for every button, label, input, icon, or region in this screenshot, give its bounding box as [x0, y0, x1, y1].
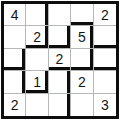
cell-r3c5[interactable] — [94, 49, 116, 71]
cell-r4c2: 1 — [26, 71, 48, 93]
cell-r2c5[interactable] — [94, 26, 116, 48]
cell-r2c2: 2 — [26, 26, 48, 48]
cell-r2c3[interactable] — [49, 26, 71, 48]
given-digit: 1 — [33, 75, 41, 89]
cell-r4c4: 2 — [71, 71, 93, 93]
cell-r5c2[interactable] — [26, 94, 48, 116]
given-digit: 2 — [11, 98, 19, 112]
cell-r3c4[interactable] — [71, 49, 93, 71]
given-digit: 3 — [101, 98, 109, 112]
cell-r5c4[interactable] — [71, 94, 93, 116]
cell-r4c5[interactable] — [94, 71, 116, 93]
cell-r1c2[interactable] — [26, 4, 48, 26]
cell-r5c1: 2 — [4, 94, 26, 116]
suguru-board: 422521223 — [1, 1, 119, 119]
cell-r3c2[interactable] — [26, 49, 48, 71]
cell-r5c3[interactable] — [49, 94, 71, 116]
cell-r2c1[interactable] — [4, 26, 26, 48]
given-digit: 2 — [56, 52, 64, 66]
cell-r1c1: 4 — [4, 4, 26, 26]
cell-r1c5: 2 — [94, 4, 116, 26]
cell-r4c1[interactable] — [4, 71, 26, 93]
cell-r2c4: 5 — [71, 26, 93, 48]
cell-r1c4[interactable] — [71, 4, 93, 26]
given-digit: 2 — [101, 8, 109, 22]
cell-r1c3[interactable] — [49, 4, 71, 26]
cell-r4c3[interactable] — [49, 71, 71, 93]
given-digit: 2 — [78, 75, 86, 89]
given-digit: 5 — [78, 30, 86, 44]
cell-r5c5: 3 — [94, 94, 116, 116]
given-digit: 2 — [33, 30, 41, 44]
cell-r3c1[interactable] — [4, 49, 26, 71]
cell-r3c3: 2 — [49, 49, 71, 71]
given-digit: 4 — [11, 8, 19, 22]
